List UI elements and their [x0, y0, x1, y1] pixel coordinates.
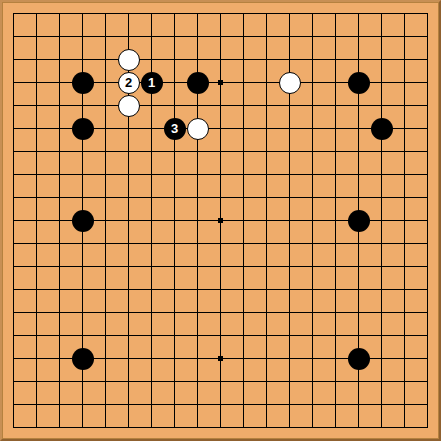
black-stone[interactable] — [348, 210, 370, 232]
black-stone[interactable] — [72, 210, 94, 232]
grid-line-vertical — [312, 13, 314, 429]
grid-line-vertical — [266, 13, 268, 429]
black-stone[interactable] — [371, 118, 393, 140]
black-stone[interactable] — [348, 72, 370, 94]
grid-line-vertical — [381, 13, 383, 429]
grid-line-horizontal — [13, 335, 429, 337]
white-stone[interactable] — [187, 118, 209, 140]
grid-line-horizontal — [13, 312, 429, 314]
star-point — [218, 80, 223, 85]
grid-line-horizontal — [13, 243, 429, 245]
black-stone[interactable] — [348, 348, 370, 370]
white-stone[interactable] — [118, 95, 140, 117]
star-point — [218, 356, 223, 361]
white-stone[interactable] — [118, 49, 140, 71]
stone-number-label: 1 — [148, 76, 155, 89]
black-stone[interactable] — [72, 72, 94, 94]
grid-line-vertical — [335, 13, 337, 429]
go-board[interactable]: 213 — [0, 0, 441, 441]
black-stone[interactable]: 3 — [164, 118, 186, 140]
black-stone[interactable] — [187, 72, 209, 94]
stone-number-label: 3 — [171, 122, 178, 135]
grid-line-vertical — [243, 13, 245, 429]
grid-line-vertical — [427, 13, 429, 429]
grid-line-horizontal — [13, 289, 429, 291]
grid-line-horizontal — [13, 404, 429, 406]
star-point — [218, 218, 223, 223]
grid-line-horizontal — [13, 381, 429, 383]
grid-line-vertical — [404, 13, 406, 429]
grid-line-horizontal — [13, 427, 429, 429]
black-stone[interactable]: 1 — [141, 72, 163, 94]
stone-number-label: 2 — [125, 76, 132, 89]
grid-line-horizontal — [13, 266, 429, 268]
black-stone[interactable] — [72, 118, 94, 140]
black-stone[interactable] — [72, 348, 94, 370]
white-stone[interactable] — [279, 72, 301, 94]
white-stone[interactable]: 2 — [118, 72, 140, 94]
